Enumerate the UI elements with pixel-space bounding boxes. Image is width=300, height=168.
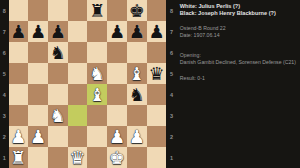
piece-black-pawn[interactable]: ♟ [129,22,145,42]
piece-black-pawn[interactable]: ♟ [30,22,46,42]
square-f6[interactable] [107,42,127,63]
rank-labels-right: 87654321 [166,0,176,168]
opening-heading: Opening: [180,52,296,59]
chess-board: ♜♚♟♟♟♟♟♟♞♞♝♛♝♞♞♟♟♟♟♜♛♚ [9,0,167,168]
rank-label-5: 5 [0,63,9,84]
black-player-label: Black: Joseph Henry Blackburne (?) [180,10,296,17]
piece-white-knight[interactable]: ♞ [50,106,66,126]
square-g5[interactable]: ♝ [127,63,147,84]
square-d8[interactable] [68,0,88,21]
square-a3[interactable] [9,105,29,126]
piece-black-rook[interactable]: ♜ [89,1,105,21]
rank-label-2: 2 [0,126,9,147]
rank-label-3: 3 [166,105,176,126]
square-b1[interactable] [28,147,48,168]
square-c6[interactable]: ♞ [48,42,68,63]
square-h2[interactable] [147,126,167,147]
piece-white-pawn[interactable]: ♟ [30,127,46,147]
square-f5[interactable] [107,63,127,84]
square-d3[interactable] [68,105,88,126]
players-block: White: Julius Perlis (?) Black: Joseph H… [180,3,296,16]
square-g4[interactable]: ♞ [127,84,147,105]
square-b7[interactable]: ♟ [28,21,48,42]
rank-label-8: 8 [166,0,176,21]
square-f3[interactable] [107,105,127,126]
square-b6[interactable] [28,42,48,63]
square-b3[interactable] [28,105,48,126]
square-c8[interactable] [48,0,68,21]
square-a6[interactable] [9,42,29,63]
square-h4[interactable] [147,84,167,105]
square-e3[interactable] [87,105,107,126]
piece-black-pawn[interactable]: ♟ [148,22,164,42]
square-g8[interactable]: ♚ [127,0,147,21]
square-b2[interactable]: ♟ [28,126,48,147]
piece-white-rook[interactable]: ♜ [10,148,26,168]
piece-white-king[interactable]: ♚ [109,148,125,168]
opening-block: Opening: Danish Gambit Declined, Sorense… [180,52,296,66]
square-g1[interactable] [127,147,147,168]
square-c7[interactable]: ♟ [48,21,68,42]
square-c4[interactable] [48,84,68,105]
event-block: Ostend-B Round 22 Date: 1907.06.14 [180,25,296,39]
piece-white-pawn[interactable]: ♟ [109,127,125,147]
square-g2[interactable]: ♟ [127,126,147,147]
square-b5[interactable] [28,63,48,84]
piece-white-pawn[interactable]: ♟ [10,127,26,147]
square-a1[interactable]: ♜ [9,147,29,168]
square-e5[interactable]: ♞ [87,63,107,84]
square-g6[interactable] [127,42,147,63]
rank-label-1: 1 [166,147,176,168]
square-c1[interactable] [48,147,68,168]
square-e4[interactable]: ♝ [87,84,107,105]
square-e8[interactable]: ♜ [87,0,107,21]
square-c3[interactable]: ♞ [48,105,68,126]
square-d5[interactable] [68,63,88,84]
date-label: Date: 1907.06.14 [180,32,296,39]
rank-label-5: 5 [166,63,176,84]
rank-label-2: 2 [166,126,176,147]
rank-label-4: 4 [0,84,9,105]
rank-label-1: 1 [0,147,9,168]
rank-label-7: 7 [0,21,9,42]
square-e7[interactable] [87,21,107,42]
square-h1[interactable] [147,147,167,168]
square-e6[interactable] [87,42,107,63]
piece-black-queen[interactable]: ♛ [148,64,164,84]
square-h7[interactable]: ♟ [147,21,167,42]
piece-white-pawn[interactable]: ♟ [129,127,145,147]
square-c2[interactable] [48,126,68,147]
piece-white-bishop[interactable]: ♝ [89,85,105,105]
square-f2[interactable]: ♟ [107,126,127,147]
piece-black-knight[interactable]: ♞ [50,43,66,63]
square-h5[interactable]: ♛ [147,63,167,84]
white-player-label: White: Julius Perlis (?) [180,3,296,10]
square-g3[interactable] [127,105,147,126]
event-label: Ostend-B Round 22 [180,25,296,32]
square-f7[interactable]: ♟ [107,21,127,42]
rank-label-3: 3 [0,105,9,126]
square-d1[interactable]: ♛ [68,147,88,168]
square-a8[interactable] [9,0,29,21]
rank-label-6: 6 [166,42,176,63]
rank-label-8: 8 [0,0,9,21]
square-a2[interactable]: ♟ [9,126,29,147]
chess-game-viewer: 87654321 ♜♚♟♟♟♟♟♟♞♞♝♛♝♞♞♟♟♟♟♜♛♚ 87654321… [0,0,300,168]
square-d2[interactable] [68,126,88,147]
rank-label-7: 7 [166,21,176,42]
square-e1[interactable] [87,147,107,168]
opening-name: Danish Gambit Declined, Sorensen Defense… [180,59,296,66]
square-a7[interactable]: ♟ [9,21,29,42]
piece-black-pawn[interactable]: ♟ [109,22,125,42]
piece-black-pawn[interactable]: ♟ [10,22,26,42]
rank-label-6: 6 [0,42,9,63]
square-b8[interactable] [28,0,48,21]
square-d7[interactable] [68,21,88,42]
square-e2[interactable] [87,126,107,147]
square-b4[interactable] [28,84,48,105]
piece-black-knight[interactable]: ♞ [129,85,145,105]
square-a5[interactable] [9,63,29,84]
square-f1[interactable]: ♚ [107,147,127,168]
rank-labels-left: 87654321 [0,0,9,168]
square-a4[interactable] [9,84,29,105]
piece-white-knight[interactable]: ♞ [89,64,105,84]
square-g7[interactable]: ♟ [127,21,147,42]
piece-black-king[interactable]: ♚ [129,1,145,21]
square-f4[interactable] [107,84,127,105]
square-h6[interactable] [147,42,167,63]
square-d4[interactable] [68,84,88,105]
square-f8[interactable] [107,0,127,21]
square-d6[interactable] [68,42,88,63]
square-h3[interactable] [147,105,167,126]
game-info-panel: White: Julius Perlis (?) Black: Joseph H… [177,0,300,168]
piece-white-bishop[interactable]: ♝ [129,64,145,84]
piece-black-pawn[interactable]: ♟ [50,22,66,42]
rank-label-4: 4 [166,84,176,105]
square-h8[interactable] [147,0,167,21]
result-label: Result: 0-1 [180,75,296,81]
square-c5[interactable] [48,63,68,84]
piece-white-queen[interactable]: ♛ [70,148,86,168]
